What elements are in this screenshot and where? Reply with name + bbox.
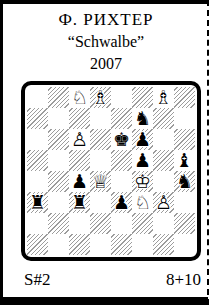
square-a7 (27, 108, 48, 129)
square-b5 (48, 150, 69, 171)
square-f2 (132, 213, 153, 234)
square-a6 (27, 129, 48, 150)
white-knight-f3: ♞♘ (132, 192, 153, 213)
square-d4: ♛♕ (90, 171, 111, 192)
square-d5 (90, 150, 111, 171)
white-queen-d4: ♛♕ (90, 171, 111, 192)
square-e4 (111, 171, 132, 192)
square-f5: ♟ (132, 150, 153, 171)
black-rook-a3: ♜ (27, 192, 48, 213)
chess-board-frame: ♞♘♝♗♝♗♞♟♙♚♟♟♝♟♛♕♚♔♞♜♜♟♞♘♟♙ (21, 81, 201, 261)
chess-problem-card: Ф. РИХТЕР “Schwalbe” 2007 ♞♘♝♗♝♗♞♟♙♚♟♟♝♟… (0, 0, 222, 305)
publication-year: 2007 (4, 53, 208, 74)
black-king-e6: ♚ (111, 129, 132, 150)
square-h3 (174, 192, 195, 213)
black-rook-c3: ♜ (69, 192, 90, 213)
square-c8: ♞♘ (69, 87, 90, 108)
white-pawn-c6: ♟♙ (69, 129, 90, 150)
square-e3: ♟ (111, 192, 132, 213)
square-e8 (111, 87, 132, 108)
square-c5 (69, 150, 90, 171)
square-h5: ♝ (174, 150, 195, 171)
square-e2 (111, 213, 132, 234)
square-h2 (174, 213, 195, 234)
square-g7 (153, 108, 174, 129)
black-knight-f7: ♞ (132, 108, 153, 129)
square-a1 (27, 234, 48, 255)
square-b2 (48, 213, 69, 234)
black-knight-h4: ♞ (174, 171, 195, 192)
square-g2 (153, 213, 174, 234)
square-a8 (27, 87, 48, 108)
square-h4: ♞ (174, 171, 195, 192)
board: ♞♘♝♗♝♗♞♟♙♚♟♟♝♟♛♕♚♔♞♜♜♟♞♘♟♙ (27, 87, 195, 255)
square-h1 (174, 234, 195, 255)
square-g4 (153, 171, 174, 192)
white-pawn-g3: ♟♙ (153, 192, 174, 213)
square-d3 (90, 192, 111, 213)
black-pawn-c4: ♟ (69, 171, 90, 192)
square-a2 (27, 213, 48, 234)
black-pawn-e3: ♟ (111, 192, 132, 213)
white-bishop-g8: ♝♗ (153, 87, 174, 108)
content: Ф. РИХТЕР “Schwalbe” 2007 ♞♘♝♗♝♗♞♟♙♚♟♟♝♟… (4, 4, 208, 291)
square-f6: ♟ (132, 129, 153, 150)
stipulation-label: S#2 (24, 269, 50, 291)
square-e5 (111, 150, 132, 171)
square-c2 (69, 213, 90, 234)
square-f4: ♚♔ (132, 171, 153, 192)
square-f3: ♞♘ (132, 192, 153, 213)
square-f1 (132, 234, 153, 255)
square-e1 (111, 234, 132, 255)
square-c3: ♜ (69, 192, 90, 213)
square-h6 (174, 129, 195, 150)
square-b4 (48, 171, 69, 192)
square-e7 (111, 108, 132, 129)
square-b8 (48, 87, 69, 108)
source-publication: “Schwalbe” (4, 31, 208, 53)
black-pawn-f5: ♟ (132, 150, 153, 171)
square-b3 (48, 192, 69, 213)
square-a5 (27, 150, 48, 171)
square-g1 (153, 234, 174, 255)
white-bishop-d8: ♝♗ (90, 87, 111, 108)
square-d8: ♝♗ (90, 87, 111, 108)
caption-row: S#2 8+10 (4, 261, 208, 291)
square-c7 (69, 108, 90, 129)
square-b1 (48, 234, 69, 255)
square-c4: ♟ (69, 171, 90, 192)
square-e6: ♚ (111, 129, 132, 150)
square-f8 (132, 87, 153, 108)
author-name: Ф. РИХТЕР (4, 8, 208, 31)
white-king-f4: ♚♔ (132, 171, 153, 192)
black-bishop-h5: ♝ (174, 150, 195, 171)
square-d1 (90, 234, 111, 255)
square-c1 (69, 234, 90, 255)
square-d7 (90, 108, 111, 129)
square-h8 (174, 87, 195, 108)
square-d2 (90, 213, 111, 234)
square-f7: ♞ (132, 108, 153, 129)
square-b6 (48, 129, 69, 150)
black-pawn-f6: ♟ (132, 129, 153, 150)
square-g3: ♟♙ (153, 192, 174, 213)
square-g8: ♝♗ (153, 87, 174, 108)
frame-left-border (0, 0, 3, 305)
square-d6 (90, 129, 111, 150)
white-knight-c8: ♞♘ (69, 87, 90, 108)
square-c6: ♟♙ (69, 129, 90, 150)
square-h7 (174, 108, 195, 129)
square-g6 (153, 129, 174, 150)
square-b7 (48, 108, 69, 129)
material-count-label: 8+10 (166, 269, 201, 291)
square-g5 (153, 150, 174, 171)
frame-bottom-border (0, 297, 208, 305)
square-a3: ♜ (27, 192, 48, 213)
square-a4 (27, 171, 48, 192)
